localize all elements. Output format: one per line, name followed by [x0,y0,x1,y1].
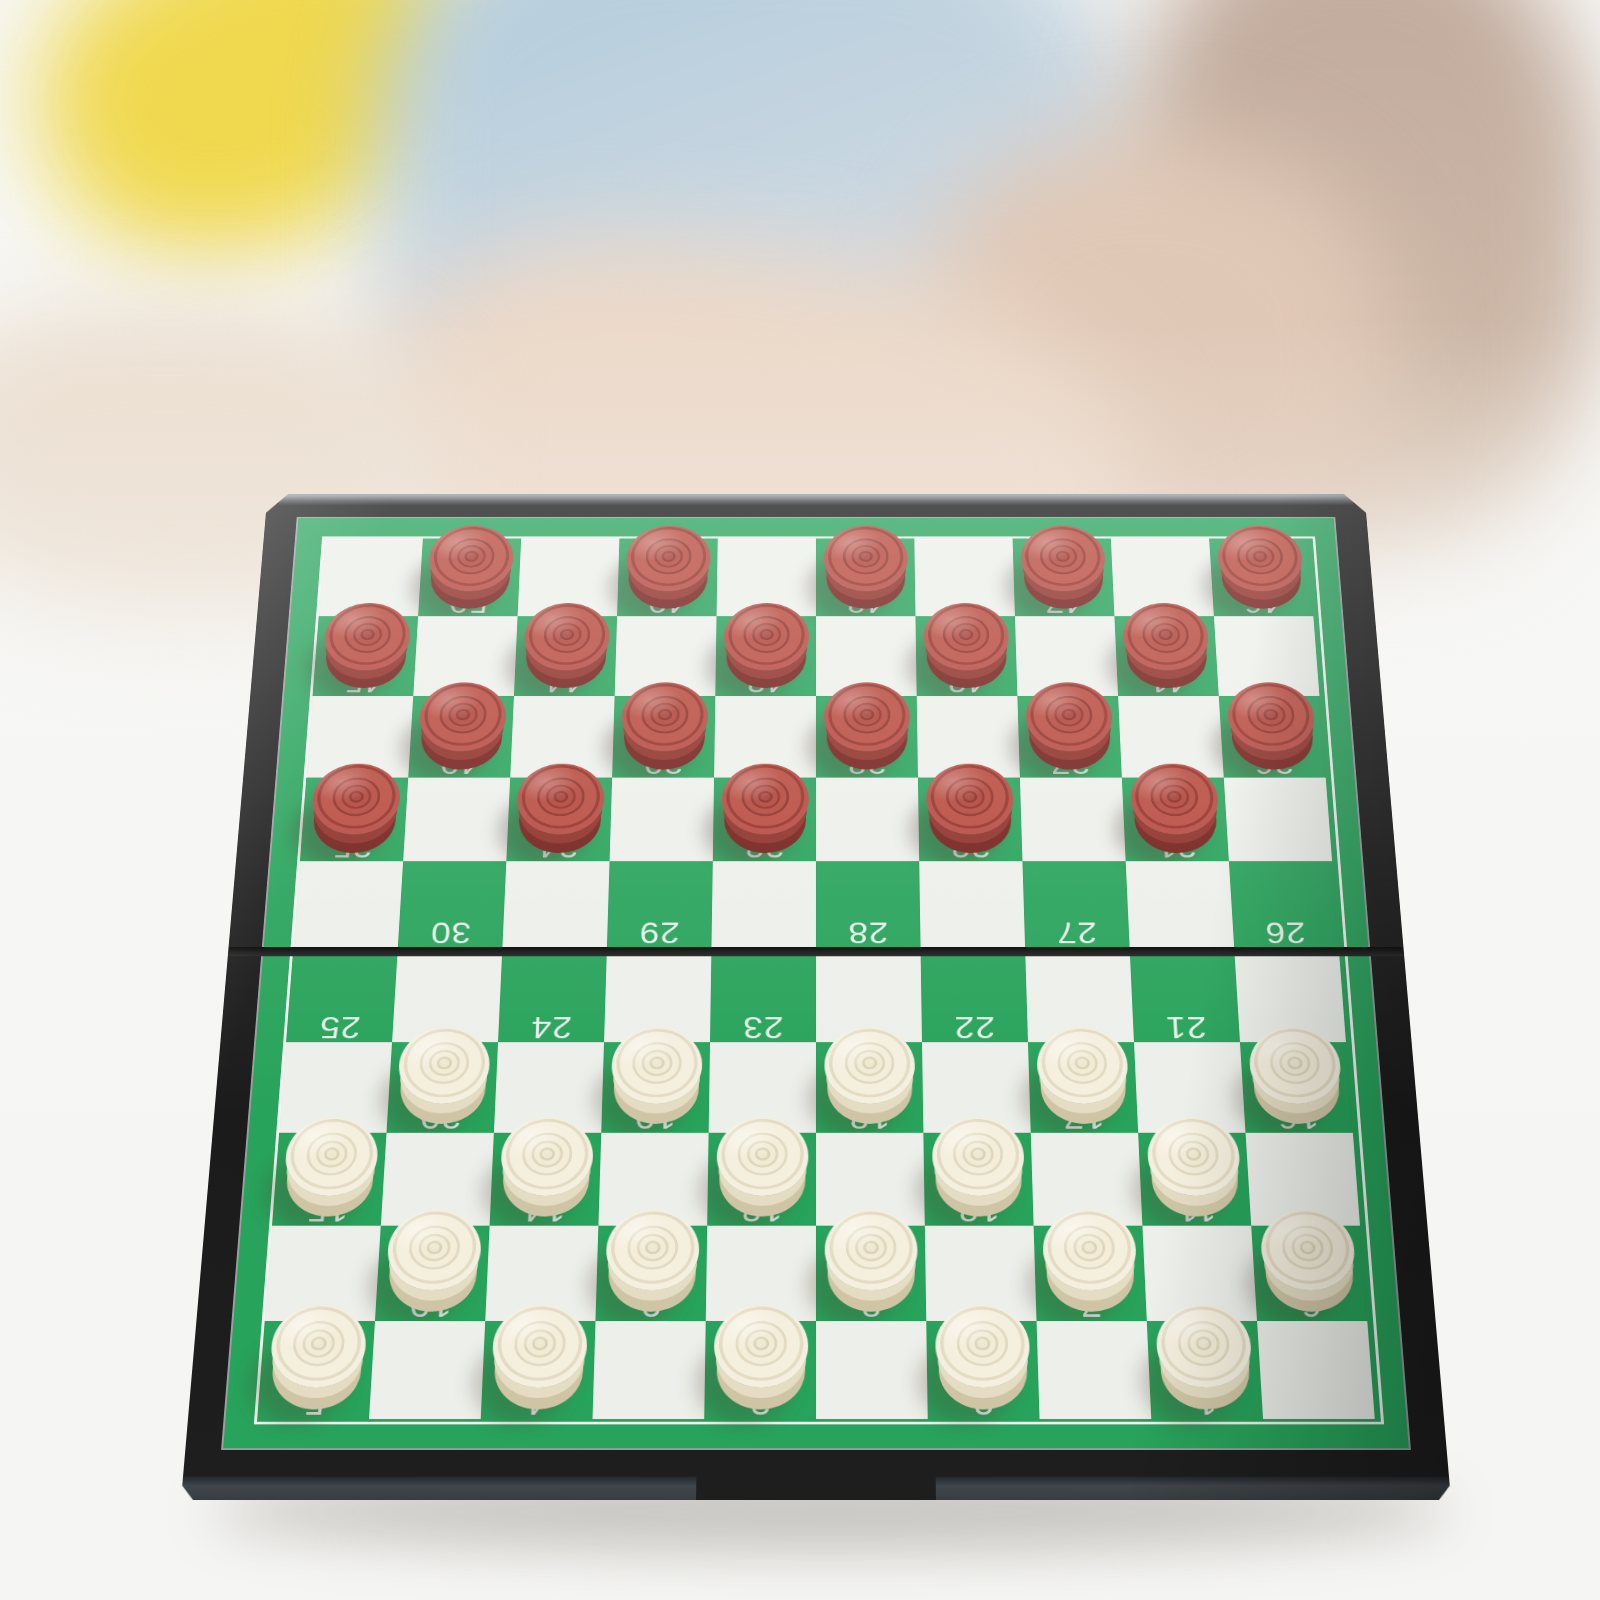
square-number: 28 [848,911,889,947]
red-checker-piece[interactable] [723,603,808,670]
board-square[interactable] [1037,1321,1152,1419]
red-checker-piece[interactable] [925,763,1014,834]
board-square[interactable]: 13 [707,1133,816,1226]
square-number: 25 [318,1005,362,1042]
board-square[interactable] [610,778,715,862]
board-square[interactable]: 38 [816,696,918,778]
board-square[interactable] [293,861,403,947]
board-half-top: 5049484746454443424140393837363534333231… [264,518,1369,947]
board-square[interactable] [502,861,609,947]
board-square[interactable]: 37 [1017,696,1121,778]
board-square[interactable]: 30 [398,861,506,947]
red-checker-piece[interactable] [923,603,1009,670]
square-number: 29 [639,911,681,947]
fold-hinge-line [228,947,1404,956]
board-square[interactable] [369,1321,485,1419]
board-square[interactable]: 18 [816,1042,923,1133]
square-number: 22 [953,1005,995,1042]
white-checker-piece[interactable] [605,1209,700,1290]
board-square[interactable]: 43 [715,616,816,696]
board-square[interactable]: 23 [710,954,816,1042]
square-number: 27 [1056,911,1098,947]
board-square[interactable]: 25 [286,954,397,1042]
board-square[interactable] [816,1321,928,1419]
red-checker-piece[interactable] [824,682,910,751]
board-square[interactable]: 45 [313,616,419,696]
board-square[interactable]: 28 [816,861,921,947]
board-square[interactable]: 40 [408,696,514,778]
board-square[interactable]: 44 [514,616,617,696]
board-square[interactable]: 32 [918,778,1023,862]
photo-scene: 5049484746454443424140393837363534333231… [0,0,1600,1600]
board-square[interactable]: 31 [1122,778,1229,862]
board-square[interactable]: 6 [1251,1226,1367,1321]
red-checker-piece[interactable] [823,525,907,591]
board-square[interactable]: 34 [506,778,612,862]
board-half-bottom: 2524232221201918171615141312111098765432… [223,956,1409,1448]
frame-bottom-bevel-left [181,1477,696,1500]
board-square[interactable]: 33 [713,778,816,862]
board-square[interactable]: 5 [257,1321,375,1419]
board-square[interactable]: 48 [816,538,915,616]
white-checker-piece[interactable] [491,1304,588,1387]
board-square[interactable]: 15 [272,1133,386,1226]
board-square[interactable]: 49 [617,538,718,616]
red-checker-piece[interactable] [418,682,508,751]
board-square[interactable] [592,1321,705,1419]
board-square[interactable] [403,778,510,862]
board-square[interactable]: 26 [1229,861,1339,947]
square-number: 26 [1264,911,1307,947]
board-square[interactable]: 9 [595,1226,707,1321]
white-checker-piece[interactable] [499,1117,594,1195]
red-checker-piece[interactable] [523,603,610,670]
square-number: 24 [530,1005,573,1042]
square-number: 21 [1164,1005,1207,1042]
white-checker-piece[interactable] [824,1209,917,1290]
white-checker-piece[interactable] [824,1027,915,1103]
board-square[interactable] [1126,861,1234,947]
board-square[interactable]: 42 [915,616,1017,696]
board-square[interactable]: 4 [481,1321,596,1419]
square-number: 23 [742,1005,784,1042]
white-checker-piece[interactable] [713,1304,808,1387]
red-checker-piece[interactable] [515,763,605,834]
board-square[interactable]: 29 [607,861,713,947]
board-square[interactable]: 1 [1147,1321,1263,1419]
board-square[interactable]: 50 [418,538,521,616]
white-checker-piece[interactable] [931,1117,1024,1195]
board-square[interactable]: 41 [1114,616,1218,696]
board-square[interactable]: 8 [816,1226,926,1321]
board-square[interactable]: 47 [1013,538,1115,616]
board-square[interactable]: 22 [921,954,1028,1042]
square-number: 30 [430,911,473,947]
board-square[interactable] [1020,778,1126,862]
board-square[interactable]: 7 [1034,1226,1147,1321]
frame-top-edge-highlight [279,494,1354,505]
frame-bottom-bevel-right [936,1477,1451,1500]
white-checker-piece[interactable] [610,1027,702,1103]
white-checker-piece[interactable] [716,1117,808,1195]
board-square[interactable]: 19 [601,1042,710,1133]
board-square[interactable]: 20 [386,1042,498,1133]
board-square[interactable]: 14 [490,1133,602,1226]
red-checker-piece[interactable] [621,682,708,751]
board-square[interactable] [919,861,1025,947]
board-square[interactable]: 24 [498,954,607,1042]
board-square[interactable]: 35 [300,778,408,862]
red-checker-piece[interactable] [1020,525,1106,591]
red-checker-piece[interactable] [1216,525,1304,591]
board-square[interactable]: 21 [1130,954,1240,1042]
board-square[interactable] [711,861,816,947]
board-grid-top: 5049484746454443424140393837363534333231… [290,536,1347,949]
board-square[interactable]: 27 [1022,861,1129,947]
red-checker-piece[interactable] [721,763,808,834]
board-square[interactable]: 11 [1138,1133,1251,1226]
board-square[interactable]: 10 [375,1226,490,1321]
red-checker-piece[interactable] [427,525,514,591]
red-checker-piece[interactable] [625,525,710,591]
board-square[interactable]: 16 [1240,1042,1353,1133]
board-square[interactable]: 12 [923,1133,1033,1226]
board-square[interactable]: 39 [612,696,715,778]
board-grid-bottom: 2524232221201918171615141312111098765432… [254,954,1384,1424]
board-square[interactable] [816,778,919,862]
board-square[interactable]: 36 [1219,696,1326,778]
board-square[interactable]: 17 [1028,1042,1138,1133]
board-square[interactable]: 2 [926,1321,1039,1419]
checkers-board: 5049484746454443424140393837363534333231… [181,494,1451,1500]
board-square[interactable] [1257,1321,1375,1419]
board-square[interactable]: 46 [1209,538,1313,616]
board-square[interactable]: 3 [704,1321,816,1419]
board-square[interactable] [1224,778,1332,862]
white-checker-piece[interactable] [934,1304,1030,1387]
